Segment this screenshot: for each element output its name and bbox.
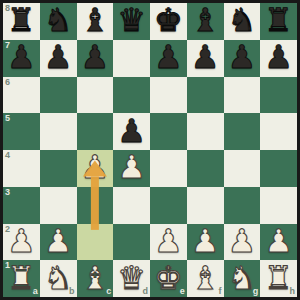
- piece-black-pawn[interactable]: ♟: [154, 41, 183, 73]
- square-c7[interactable]: ♟: [77, 40, 114, 77]
- square-c1[interactable]: c♝: [77, 260, 114, 297]
- piece-white-pawn[interactable]: ♟: [228, 225, 257, 257]
- square-f6[interactable]: [187, 77, 224, 114]
- square-f8[interactable]: ♝: [187, 3, 224, 40]
- coord-rank-3: 3: [5, 188, 10, 197]
- square-c2[interactable]: [77, 224, 114, 261]
- chess-board-squares: 8♜♞♝♛♚♝♞♜7♟♟♟♟♟♟♟65♟4♟♟32♟♟♟♟♟♟1a♜b♞c♝d♛…: [3, 3, 297, 297]
- square-d7[interactable]: [113, 40, 150, 77]
- square-h8[interactable]: ♜: [260, 3, 297, 40]
- coord-rank-4: 4: [5, 151, 10, 160]
- square-g2[interactable]: ♟: [224, 224, 261, 261]
- piece-black-pawn[interactable]: ♟: [228, 41, 257, 73]
- square-f3[interactable]: [187, 187, 224, 224]
- coord-rank-6: 6: [5, 78, 10, 87]
- square-f4[interactable]: [187, 150, 224, 187]
- chess-board: 8♜♞♝♛♚♝♞♜7♟♟♟♟♟♟♟65♟4♟♟32♟♟♟♟♟♟1a♜b♞c♝d♛…: [0, 0, 300, 300]
- square-e6[interactable]: [150, 77, 187, 114]
- square-e8[interactable]: ♚: [150, 3, 187, 40]
- square-g5[interactable]: [224, 113, 261, 150]
- piece-white-bishop[interactable]: ♝: [81, 262, 110, 294]
- square-e7[interactable]: ♟: [150, 40, 187, 77]
- square-a2[interactable]: 2♟: [3, 224, 40, 261]
- coord-rank-5: 5: [5, 114, 10, 123]
- square-h4[interactable]: [260, 150, 297, 187]
- square-h7[interactable]: ♟: [260, 40, 297, 77]
- square-h1[interactable]: h♜: [260, 260, 297, 297]
- square-b2[interactable]: ♟: [40, 224, 77, 261]
- square-b7[interactable]: ♟: [40, 40, 77, 77]
- square-h3[interactable]: [260, 187, 297, 224]
- square-f1[interactable]: f♝: [187, 260, 224, 297]
- square-h5[interactable]: [260, 113, 297, 150]
- square-d3[interactable]: [113, 187, 150, 224]
- square-f5[interactable]: [187, 113, 224, 150]
- piece-black-pawn[interactable]: ♟: [264, 41, 293, 73]
- piece-black-bishop[interactable]: ♝: [81, 4, 110, 36]
- piece-black-bishop[interactable]: ♝: [191, 4, 220, 36]
- piece-black-pawn[interactable]: ♟: [191, 41, 220, 73]
- piece-white-rook[interactable]: ♜: [264, 262, 293, 294]
- square-g8[interactable]: ♞: [224, 3, 261, 40]
- piece-white-queen[interactable]: ♛: [117, 262, 146, 294]
- square-e4[interactable]: [150, 150, 187, 187]
- piece-black-king[interactable]: ♚: [154, 4, 183, 36]
- square-b5[interactable]: [40, 113, 77, 150]
- square-f7[interactable]: ♟: [187, 40, 224, 77]
- piece-white-pawn[interactable]: ♟: [81, 151, 110, 183]
- piece-white-rook[interactable]: ♜: [7, 262, 36, 294]
- piece-white-pawn[interactable]: ♟: [264, 225, 293, 257]
- piece-black-pawn[interactable]: ♟: [81, 41, 110, 73]
- piece-white-pawn[interactable]: ♟: [117, 151, 146, 183]
- square-g6[interactable]: [224, 77, 261, 114]
- square-c3[interactable]: [77, 187, 114, 224]
- square-c8[interactable]: ♝: [77, 3, 114, 40]
- square-d5[interactable]: ♟: [113, 113, 150, 150]
- square-h6[interactable]: [260, 77, 297, 114]
- square-g3[interactable]: [224, 187, 261, 224]
- square-d4[interactable]: ♟: [113, 150, 150, 187]
- piece-white-pawn[interactable]: ♟: [191, 225, 220, 257]
- square-a6[interactable]: 6: [3, 77, 40, 114]
- square-d1[interactable]: d♛: [113, 260, 150, 297]
- square-c5[interactable]: [77, 113, 114, 150]
- square-d8[interactable]: ♛: [113, 3, 150, 40]
- piece-black-queen[interactable]: ♛: [117, 4, 146, 36]
- square-a7[interactable]: 7♟: [3, 40, 40, 77]
- piece-white-bishop[interactable]: ♝: [191, 262, 220, 294]
- piece-black-rook[interactable]: ♜: [264, 4, 293, 36]
- piece-white-pawn[interactable]: ♟: [154, 225, 183, 257]
- piece-white-knight[interactable]: ♞: [44, 262, 73, 294]
- square-a8[interactable]: 8♜: [3, 3, 40, 40]
- square-d6[interactable]: [113, 77, 150, 114]
- square-c4[interactable]: ♟: [77, 150, 114, 187]
- piece-black-knight[interactable]: ♞: [228, 4, 257, 36]
- piece-white-pawn[interactable]: ♟: [7, 225, 36, 257]
- piece-black-pawn[interactable]: ♟: [117, 115, 146, 147]
- square-g7[interactable]: ♟: [224, 40, 261, 77]
- square-e1[interactable]: e♚: [150, 260, 187, 297]
- square-e3[interactable]: [150, 187, 187, 224]
- piece-black-rook[interactable]: ♜: [7, 4, 36, 36]
- square-e5[interactable]: [150, 113, 187, 150]
- square-b6[interactable]: [40, 77, 77, 114]
- square-a5[interactable]: 5: [3, 113, 40, 150]
- square-a1[interactable]: 1a♜: [3, 260, 40, 297]
- piece-white-pawn[interactable]: ♟: [44, 225, 73, 257]
- piece-black-pawn[interactable]: ♟: [7, 41, 36, 73]
- piece-white-king[interactable]: ♚: [154, 262, 183, 294]
- square-b3[interactable]: [40, 187, 77, 224]
- piece-black-knight[interactable]: ♞: [44, 4, 73, 36]
- piece-black-pawn[interactable]: ♟: [44, 41, 73, 73]
- square-d2[interactable]: [113, 224, 150, 261]
- square-g1[interactable]: g♞: [224, 260, 261, 297]
- square-a4[interactable]: 4: [3, 150, 40, 187]
- square-b8[interactable]: ♞: [40, 3, 77, 40]
- square-g4[interactable]: [224, 150, 261, 187]
- square-h2[interactable]: ♟: [260, 224, 297, 261]
- square-c6[interactable]: [77, 77, 114, 114]
- square-a3[interactable]: 3: [3, 187, 40, 224]
- square-b1[interactable]: b♞: [40, 260, 77, 297]
- piece-white-knight[interactable]: ♞: [228, 262, 257, 294]
- square-b4[interactable]: [40, 150, 77, 187]
- square-f2[interactable]: ♟: [187, 224, 224, 261]
- square-e2[interactable]: ♟: [150, 224, 187, 261]
